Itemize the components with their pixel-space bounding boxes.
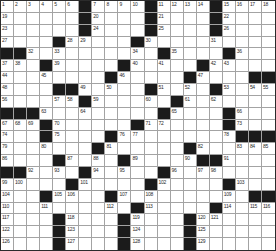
cell[interactable]: 52 xyxy=(184,84,197,96)
cell[interactable]: 96 xyxy=(171,167,184,179)
cell[interactable] xyxy=(53,72,66,84)
cell[interactable] xyxy=(158,96,171,108)
cell[interactable] xyxy=(92,191,105,203)
cell[interactable] xyxy=(118,203,131,215)
cell[interactable]: 75 xyxy=(53,131,66,143)
cell[interactable] xyxy=(118,25,131,37)
cell[interactable]: 72 xyxy=(158,120,171,132)
cell[interactable] xyxy=(184,25,197,37)
cell[interactable]: 81 xyxy=(105,143,118,155)
cell[interactable] xyxy=(210,131,223,143)
cell[interactable] xyxy=(79,155,92,167)
cell[interactable] xyxy=(14,96,27,108)
cell[interactable]: 56 xyxy=(1,96,14,108)
cell[interactable] xyxy=(40,96,53,108)
cell[interactable] xyxy=(184,60,197,72)
cell[interactable] xyxy=(262,25,275,37)
cell[interactable] xyxy=(105,238,118,250)
cell[interactable] xyxy=(223,238,236,250)
cell[interactable]: 54 xyxy=(249,84,262,96)
cell[interactable]: 37 xyxy=(1,60,14,72)
cell[interactable] xyxy=(27,179,40,191)
cell[interactable]: 65 xyxy=(171,108,184,120)
cell[interactable] xyxy=(262,37,275,49)
cell[interactable]: 10 xyxy=(131,1,144,13)
cell[interactable] xyxy=(197,120,210,132)
cell[interactable]: 20 xyxy=(92,13,105,25)
cell[interactable] xyxy=(118,96,131,108)
cell[interactable]: 98 xyxy=(210,167,223,179)
cell[interactable] xyxy=(197,179,210,191)
cell[interactable] xyxy=(223,214,236,226)
cell[interactable]: 29 xyxy=(79,37,92,49)
cell[interactable] xyxy=(105,108,118,120)
cell[interactable] xyxy=(223,96,236,108)
cell[interactable] xyxy=(118,179,131,191)
cell[interactable] xyxy=(40,13,53,25)
cell[interactable]: 43 xyxy=(223,60,236,72)
cell[interactable] xyxy=(262,155,275,167)
cell[interactable] xyxy=(210,48,223,60)
cell[interactable]: 23 xyxy=(1,25,14,37)
cell[interactable] xyxy=(79,72,92,84)
cell[interactable]: 1 xyxy=(1,1,14,13)
cell[interactable]: 70 xyxy=(53,120,66,132)
cell[interactable]: 60 xyxy=(145,96,158,108)
cell[interactable] xyxy=(145,155,158,167)
cell[interactable] xyxy=(53,108,66,120)
cell[interactable] xyxy=(184,108,197,120)
cell[interactable] xyxy=(27,238,40,250)
cell[interactable] xyxy=(197,96,210,108)
cell[interactable]: 55 xyxy=(262,84,275,96)
cell[interactable] xyxy=(105,120,118,132)
cell[interactable] xyxy=(92,214,105,226)
cell[interactable]: 68 xyxy=(14,120,27,132)
cell[interactable] xyxy=(131,84,144,96)
cell[interactable] xyxy=(14,143,27,155)
cell[interactable] xyxy=(66,60,79,72)
cell[interactable] xyxy=(27,131,40,143)
cell[interactable]: 93 xyxy=(53,167,66,179)
cell[interactable] xyxy=(66,13,79,25)
cell[interactable] xyxy=(79,214,92,226)
cell[interactable] xyxy=(145,131,158,143)
cell[interactable]: 120 xyxy=(197,214,210,226)
cell[interactable] xyxy=(40,155,53,167)
cell[interactable]: 53 xyxy=(223,84,236,96)
cell[interactable] xyxy=(158,226,171,238)
cell[interactable]: 78 xyxy=(223,131,236,143)
cell[interactable] xyxy=(27,60,40,72)
cell[interactable] xyxy=(223,226,236,238)
cell[interactable] xyxy=(66,167,79,179)
cell[interactable] xyxy=(40,179,53,191)
cell[interactable]: 82 xyxy=(197,143,210,155)
cell[interactable]: 12 xyxy=(171,1,184,13)
cell[interactable] xyxy=(92,60,105,72)
cell[interactable] xyxy=(236,96,249,108)
cell[interactable] xyxy=(223,167,236,179)
cell[interactable] xyxy=(249,226,262,238)
cell[interactable] xyxy=(14,203,27,215)
cell[interactable] xyxy=(79,226,92,238)
cell[interactable]: 11 xyxy=(158,1,171,13)
cell[interactable] xyxy=(210,108,223,120)
cell[interactable]: 103 xyxy=(236,179,249,191)
cell[interactable]: 66 xyxy=(236,108,249,120)
cell[interactable] xyxy=(249,48,262,60)
cell[interactable] xyxy=(79,238,92,250)
cell[interactable] xyxy=(171,25,184,37)
cell[interactable] xyxy=(145,48,158,60)
cell[interactable] xyxy=(184,48,197,60)
cell[interactable]: 71 xyxy=(145,120,158,132)
cell[interactable] xyxy=(79,60,92,72)
cell[interactable] xyxy=(40,25,53,37)
cell[interactable] xyxy=(197,13,210,25)
cell[interactable] xyxy=(249,96,262,108)
cell[interactable]: 67 xyxy=(1,120,14,132)
cell[interactable] xyxy=(40,238,53,250)
cell[interactable]: 7 xyxy=(92,1,105,13)
cell[interactable] xyxy=(92,120,105,132)
cell[interactable] xyxy=(27,72,40,84)
cell[interactable] xyxy=(118,37,131,49)
cell[interactable] xyxy=(236,191,249,203)
cell[interactable]: 116 xyxy=(262,203,275,215)
cell[interactable] xyxy=(105,96,118,108)
cell[interactable] xyxy=(131,96,144,108)
cell[interactable]: 64 xyxy=(79,108,92,120)
cell[interactable] xyxy=(105,179,118,191)
cell[interactable] xyxy=(105,25,118,37)
cell[interactable]: 18 xyxy=(262,1,275,13)
cell[interactable] xyxy=(105,226,118,238)
cell[interactable] xyxy=(92,238,105,250)
cell[interactable] xyxy=(40,167,53,179)
cell[interactable] xyxy=(66,120,79,132)
cell[interactable] xyxy=(79,203,92,215)
cell[interactable] xyxy=(14,191,27,203)
cell[interactable] xyxy=(14,13,27,25)
cell[interactable] xyxy=(92,179,105,191)
cell[interactable]: 99 xyxy=(1,179,14,191)
cell[interactable]: 4 xyxy=(40,1,53,13)
cell[interactable] xyxy=(249,179,262,191)
cell[interactable] xyxy=(14,37,27,49)
cell[interactable] xyxy=(118,84,131,96)
cell[interactable]: 123 xyxy=(66,226,79,238)
cell[interactable]: 63 xyxy=(40,108,53,120)
cell[interactable] xyxy=(131,167,144,179)
cell[interactable] xyxy=(236,37,249,49)
cell[interactable]: 69 xyxy=(27,120,40,132)
cell[interactable] xyxy=(236,214,249,226)
cell[interactable] xyxy=(66,25,79,37)
cell[interactable] xyxy=(27,96,40,108)
cell[interactable] xyxy=(27,155,40,167)
cell[interactable] xyxy=(27,143,40,155)
cell[interactable] xyxy=(197,84,210,96)
cell[interactable]: 2 xyxy=(14,1,27,13)
cell[interactable] xyxy=(249,60,262,72)
cell[interactable] xyxy=(249,13,262,25)
cell[interactable]: 36 xyxy=(236,48,249,60)
cell[interactable] xyxy=(262,238,275,250)
cell[interactable]: 26 xyxy=(223,25,236,37)
cell[interactable]: 112 xyxy=(105,203,118,215)
cell[interactable] xyxy=(197,48,210,60)
cell[interactable]: 5 xyxy=(53,1,66,13)
cell[interactable] xyxy=(171,203,184,215)
cell[interactable]: 114 xyxy=(223,203,236,215)
cell[interactable] xyxy=(184,203,197,215)
cell[interactable] xyxy=(262,226,275,238)
cell[interactable] xyxy=(210,238,223,250)
cell[interactable] xyxy=(27,84,40,96)
cell[interactable]: 83 xyxy=(236,143,249,155)
cell[interactable] xyxy=(14,226,27,238)
cell[interactable]: 39 xyxy=(53,60,66,72)
cell[interactable]: 59 xyxy=(92,96,105,108)
cell[interactable] xyxy=(14,155,27,167)
cell[interactable] xyxy=(197,108,210,120)
cell[interactable] xyxy=(158,72,171,84)
cell[interactable] xyxy=(210,72,223,84)
cell[interactable] xyxy=(66,48,79,60)
cell[interactable]: 6 xyxy=(66,1,79,13)
cell[interactable]: 15 xyxy=(223,1,236,13)
cell[interactable] xyxy=(197,25,210,37)
cell[interactable] xyxy=(27,226,40,238)
cell[interactable] xyxy=(145,226,158,238)
cell[interactable] xyxy=(171,143,184,155)
cell[interactable] xyxy=(40,214,53,226)
cell[interactable] xyxy=(262,96,275,108)
cell[interactable]: 31 xyxy=(210,37,223,49)
cell[interactable] xyxy=(105,214,118,226)
cell[interactable] xyxy=(27,37,40,49)
cell[interactable]: 30 xyxy=(145,37,158,49)
cell[interactable]: 89 xyxy=(131,155,144,167)
cell[interactable]: 14 xyxy=(197,1,210,13)
cell[interactable] xyxy=(171,60,184,72)
cell[interactable] xyxy=(53,143,66,155)
cell[interactable]: 84 xyxy=(249,143,262,155)
cell[interactable] xyxy=(145,214,158,226)
cell[interactable] xyxy=(171,120,184,132)
cell[interactable] xyxy=(223,72,236,84)
cell[interactable] xyxy=(236,13,249,25)
cell[interactable] xyxy=(27,191,40,203)
cell[interactable] xyxy=(27,214,40,226)
cell[interactable]: 106 xyxy=(66,191,79,203)
cell[interactable] xyxy=(53,179,66,191)
cell[interactable] xyxy=(79,143,92,155)
cell[interactable]: 50 xyxy=(105,84,118,96)
cell[interactable] xyxy=(197,203,210,215)
cell[interactable]: 76 xyxy=(118,131,131,143)
cell[interactable] xyxy=(249,25,262,37)
cell[interactable] xyxy=(145,238,158,250)
cell[interactable] xyxy=(105,60,118,72)
cell[interactable] xyxy=(184,179,197,191)
cell[interactable] xyxy=(184,13,197,25)
cell[interactable]: 122 xyxy=(1,226,14,238)
cell[interactable]: 42 xyxy=(210,60,223,72)
cell[interactable]: 25 xyxy=(158,25,171,37)
cell[interactable]: 110 xyxy=(1,203,14,215)
cell[interactable] xyxy=(210,226,223,238)
cell[interactable] xyxy=(210,179,223,191)
cell[interactable] xyxy=(66,143,79,155)
cell[interactable]: 49 xyxy=(79,84,92,96)
cell[interactable] xyxy=(223,37,236,49)
cell[interactable]: 117 xyxy=(1,214,14,226)
cell[interactable] xyxy=(262,60,275,72)
cell[interactable] xyxy=(14,238,27,250)
cell[interactable]: 9 xyxy=(118,1,131,13)
cell[interactable] xyxy=(66,72,79,84)
cell[interactable] xyxy=(184,37,197,49)
cell[interactable] xyxy=(236,60,249,72)
cell[interactable] xyxy=(236,203,249,215)
cell[interactable]: 80 xyxy=(40,143,53,155)
cell[interactable]: 95 xyxy=(118,167,131,179)
cell[interactable] xyxy=(158,238,171,250)
cell[interactable] xyxy=(92,48,105,60)
cell[interactable]: 124 xyxy=(131,226,144,238)
cell[interactable] xyxy=(184,131,197,143)
cell[interactable] xyxy=(66,108,79,120)
cell[interactable] xyxy=(184,191,197,203)
cell[interactable] xyxy=(79,120,92,132)
cell[interactable] xyxy=(118,143,131,155)
cell[interactable] xyxy=(223,143,236,155)
cell[interactable] xyxy=(105,13,118,25)
cell[interactable] xyxy=(171,191,184,203)
cell[interactable] xyxy=(27,13,40,25)
cell[interactable] xyxy=(262,120,275,132)
cell[interactable] xyxy=(236,72,249,84)
cell[interactable]: 74 xyxy=(1,131,14,143)
cell[interactable] xyxy=(158,155,171,167)
cell[interactable]: 13 xyxy=(184,1,197,13)
cell[interactable]: 115 xyxy=(249,203,262,215)
cell[interactable]: 22 xyxy=(223,13,236,25)
cell[interactable] xyxy=(40,48,53,60)
cell[interactable] xyxy=(249,37,262,49)
cell[interactable] xyxy=(262,167,275,179)
cell[interactable]: 61 xyxy=(184,96,197,108)
cell[interactable]: 86 xyxy=(1,155,14,167)
cell[interactable]: 90 xyxy=(184,155,197,167)
cell[interactable] xyxy=(171,214,184,226)
cell[interactable] xyxy=(131,25,144,37)
cell[interactable] xyxy=(118,13,131,25)
cell[interactable]: 107 xyxy=(118,191,131,203)
cell[interactable] xyxy=(236,238,249,250)
cell[interactable] xyxy=(262,214,275,226)
cell[interactable]: 57 xyxy=(53,96,66,108)
cell[interactable] xyxy=(171,72,184,84)
cell[interactable]: 46 xyxy=(118,72,131,84)
cell[interactable] xyxy=(131,13,144,25)
cell[interactable]: 105 xyxy=(53,191,66,203)
cell[interactable] xyxy=(92,37,105,49)
cell[interactable]: 32 xyxy=(27,48,40,60)
cell[interactable]: 111 xyxy=(40,203,53,215)
cell[interactable] xyxy=(158,214,171,226)
cell[interactable] xyxy=(184,120,197,132)
cell[interactable] xyxy=(171,179,184,191)
cell[interactable]: 109 xyxy=(223,191,236,203)
cell[interactable]: 17 xyxy=(249,1,262,13)
cell[interactable] xyxy=(145,167,158,179)
cell[interactable] xyxy=(145,108,158,120)
cell[interactable] xyxy=(171,131,184,143)
cell[interactable]: 85 xyxy=(262,143,275,155)
cell[interactable]: 79 xyxy=(1,143,14,155)
cell[interactable] xyxy=(131,72,144,84)
cell[interactable] xyxy=(171,37,184,49)
cell[interactable] xyxy=(27,203,40,215)
cell[interactable] xyxy=(197,131,210,143)
cell[interactable] xyxy=(145,143,158,155)
cell[interactable] xyxy=(158,203,171,215)
cell[interactable]: 128 xyxy=(131,238,144,250)
cell[interactable]: 21 xyxy=(158,13,171,25)
cell[interactable] xyxy=(249,214,262,226)
cell[interactable] xyxy=(131,179,144,191)
cell[interactable] xyxy=(236,84,249,96)
cell[interactable]: 8 xyxy=(105,1,118,13)
cell[interactable] xyxy=(171,84,184,96)
cell[interactable]: 94 xyxy=(92,167,105,179)
cell[interactable] xyxy=(236,25,249,37)
cell[interactable] xyxy=(105,167,118,179)
cell[interactable]: 92 xyxy=(27,167,40,179)
cell[interactable] xyxy=(249,120,262,132)
cell[interactable] xyxy=(158,143,171,155)
cell[interactable]: 28 xyxy=(66,37,79,49)
cell[interactable] xyxy=(236,155,249,167)
cell[interactable] xyxy=(14,84,27,96)
cell[interactable] xyxy=(105,155,118,167)
cell[interactable] xyxy=(131,108,144,120)
cell[interactable] xyxy=(145,72,158,84)
cell[interactable]: 127 xyxy=(66,238,79,250)
cell[interactable]: 51 xyxy=(158,84,171,96)
cell[interactable] xyxy=(92,226,105,238)
cell[interactable] xyxy=(105,37,118,49)
cell[interactable] xyxy=(171,155,184,167)
cell[interactable] xyxy=(249,238,262,250)
cell[interactable] xyxy=(262,13,275,25)
cell[interactable]: 38 xyxy=(14,60,27,72)
cell[interactable] xyxy=(171,13,184,25)
cell[interactable]: 16 xyxy=(236,1,249,13)
cell[interactable] xyxy=(40,84,53,96)
cell[interactable]: 35 xyxy=(171,48,184,60)
cell[interactable] xyxy=(40,226,53,238)
cell[interactable]: 40 xyxy=(131,60,144,72)
cell[interactable] xyxy=(92,203,105,215)
cell[interactable] xyxy=(66,203,79,215)
cell[interactable] xyxy=(105,48,118,60)
cell[interactable] xyxy=(158,37,171,49)
